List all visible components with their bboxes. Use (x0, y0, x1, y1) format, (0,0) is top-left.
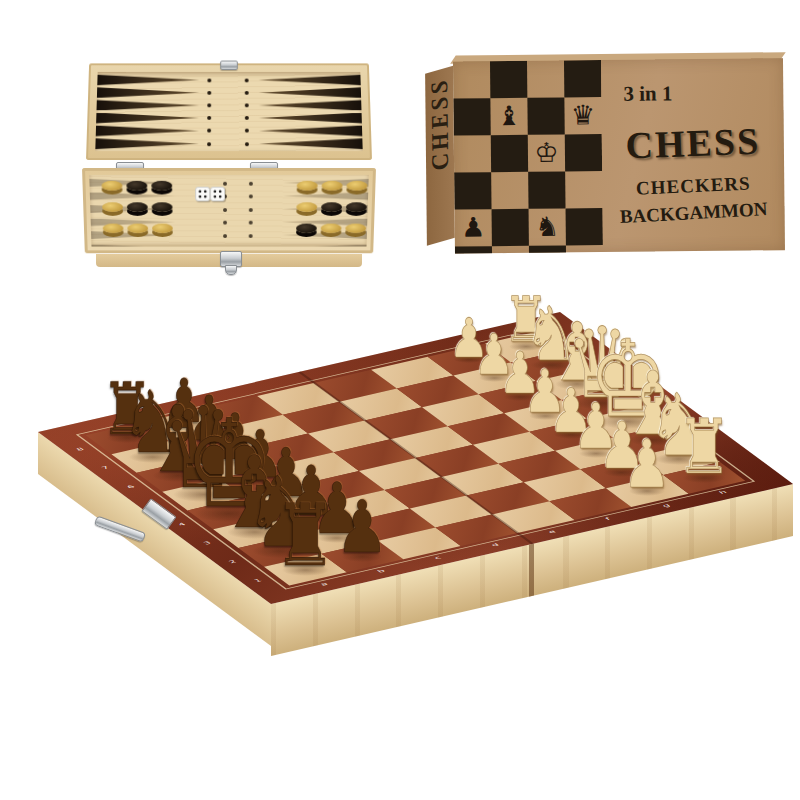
backgammon-case-lid (86, 63, 372, 160)
backgammon-point (259, 113, 362, 124)
file-label: e (547, 529, 557, 534)
point-tip-dot (207, 142, 211, 146)
file-label: d (490, 543, 500, 548)
point-tip-dot (223, 221, 227, 225)
yellow-checker-stack (346, 181, 367, 191)
yellow-checker-stack (321, 224, 342, 234)
file-label: c (433, 556, 443, 560)
rank-label: 6 (126, 484, 136, 489)
backgammon-point (97, 75, 199, 85)
faint-point (282, 244, 367, 246)
case-clasp-loop (225, 265, 237, 275)
box-art-dark-square (491, 135, 528, 172)
box-art-dark-square (455, 246, 492, 253)
backgammon-point (95, 138, 199, 149)
black-checker-stack (296, 224, 317, 234)
box-art-king-icon: ♔ (534, 138, 559, 165)
backgammon-base-field (89, 175, 369, 247)
point-tip-dot (245, 103, 249, 107)
yellow-checker-stack (296, 202, 317, 212)
badge-3-in-1: 3 in 1 (623, 81, 672, 107)
rank-label: 1 (253, 578, 263, 583)
box-art-dark-square (564, 60, 601, 97)
box-art-dark-square (490, 61, 527, 98)
box-art-rook-icon: ♜ (498, 250, 523, 254)
file-label: b (376, 569, 386, 574)
retail-box-front: ♝♛♔♟♞♜ 3 in 1 CHESS CHECKERS BACKGAMMON (453, 58, 785, 253)
box-checkerboard-art: ♝♛♔♟♞♜ (453, 60, 603, 254)
backgammon-point (259, 138, 363, 149)
black-checker-stack (152, 202, 173, 212)
point-tip-dot (223, 234, 227, 238)
box-art-dark-square (453, 98, 490, 135)
file-label: h (718, 490, 728, 495)
point-tip-dot (249, 208, 253, 212)
rank-label: 7 (100, 466, 110, 471)
point-tip-dot (223, 181, 227, 185)
point-tip-dot (249, 221, 253, 225)
box-art-dark-square (566, 208, 603, 245)
box-art-bishop-icon: ♝ (497, 102, 522, 129)
point-tip-dot (207, 91, 211, 95)
backgammon-point (96, 113, 199, 124)
box-subtitle-checkers: CHECKERS (602, 171, 785, 201)
backgammon-point (259, 100, 362, 111)
point-tip-dot (249, 234, 253, 238)
box-art-queen-icon: ♛ (571, 101, 596, 128)
black-checker-stack (127, 202, 148, 212)
backgammon-point (96, 100, 199, 111)
black-checker-stack (126, 181, 147, 191)
backgammon-lid-points-field (95, 72, 362, 151)
point-tip-dot (245, 129, 249, 133)
side-panel-label: CHESS (426, 74, 454, 174)
file-label: a (319, 582, 329, 587)
lid-catch-plate (220, 61, 238, 70)
box-art-dark-square (454, 172, 491, 209)
box-art-knight-icon: ♞ (535, 212, 560, 239)
yellow-checker-stack (127, 224, 148, 234)
yellow-checker-stack (102, 202, 123, 212)
retail-box-side-panel: CHESS (425, 66, 455, 246)
black-checker-stack (321, 202, 342, 212)
backgammon-case (72, 52, 387, 274)
box-title: CHESS (601, 118, 784, 169)
rank-label: 3 (202, 541, 212, 546)
retail-box: CHESS ♝♛♔♟♞♜ 3 in 1 CHESS CHECKERS BACKG… (423, 48, 793, 267)
backgammon-point (258, 75, 360, 85)
point-tip-dot (245, 116, 249, 120)
rank-label: 2 (227, 560, 237, 565)
box-art-pawn-icon: ♟ (461, 213, 486, 240)
yellow-checker-stack (322, 181, 343, 191)
point-tip-dot (207, 103, 211, 107)
box-art-dark-square (528, 171, 565, 208)
point-tip-dot (249, 195, 253, 199)
yellow-checker-stack (103, 224, 124, 234)
yellow-checker-stack (152, 224, 173, 234)
faint-point (283, 192, 369, 200)
point-tip-dot (207, 78, 211, 82)
backgammon-point (97, 87, 200, 98)
rank-label: 4 (177, 522, 187, 527)
file-label: g (661, 503, 671, 508)
box-subtitle-backgammon: BACKGAMMON (602, 197, 785, 229)
backgammon-case-base (82, 168, 376, 253)
point-tip-dot (245, 78, 249, 82)
point-tip-dot (207, 116, 211, 120)
box-art-dark-square (565, 134, 602, 171)
backgammon-point (259, 87, 362, 98)
box-art-dark-square (527, 97, 564, 134)
box-art-dark-square (492, 209, 529, 246)
black-checker-stack (151, 181, 172, 191)
backgammon-point (96, 126, 200, 137)
rank-label: 8 (75, 447, 85, 452)
point-tip-dot (245, 91, 249, 95)
faint-point (90, 192, 176, 200)
yellow-checker-stack (297, 181, 318, 191)
file-label: f (604, 517, 612, 521)
die (210, 187, 225, 202)
box-art-dark-square (529, 245, 566, 253)
faint-point (91, 244, 176, 246)
point-tip-dot (223, 208, 227, 212)
yellow-checker-stack (101, 181, 122, 191)
point-tip-dot (207, 129, 211, 133)
box-text-block: 3 in 1 CHESS CHECKERS BACKGAMMON (601, 58, 785, 252)
die (195, 187, 210, 202)
backgammon-point (259, 126, 363, 137)
point-tip-dot (249, 181, 253, 185)
point-tip-dot (245, 142, 249, 146)
